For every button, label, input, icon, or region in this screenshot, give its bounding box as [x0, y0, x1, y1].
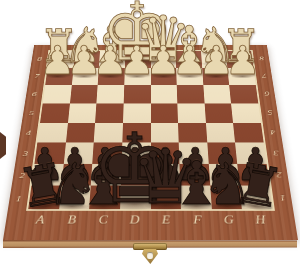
file-label-h: H — [254, 214, 266, 227]
square-c8[interactable] — [99, 51, 125, 68]
square-b3[interactable] — [63, 143, 93, 164]
clasp-bar — [133, 243, 167, 250]
square-h5[interactable] — [231, 103, 261, 122]
square-f6[interactable] — [176, 85, 204, 103]
square-h6[interactable] — [229, 85, 258, 103]
square-b2[interactable] — [61, 164, 92, 186]
square-d6[interactable] — [123, 85, 150, 103]
square-c4[interactable] — [93, 123, 122, 143]
square-f3[interactable] — [178, 143, 208, 164]
square-e8[interactable] — [150, 51, 176, 68]
square-a5[interactable] — [40, 103, 70, 122]
square-g4[interactable] — [205, 123, 235, 143]
square-c6[interactable] — [96, 85, 124, 103]
square-g2[interactable] — [208, 164, 239, 186]
rank-label-left-4: 4 — [25, 129, 31, 137]
rank-label-right-7: 7 — [261, 72, 267, 79]
clasp-hole — [147, 252, 153, 259]
file-label-c: C — [98, 214, 108, 227]
square-a1[interactable] — [28, 186, 61, 209]
file-label-f: F — [192, 214, 202, 227]
square-d8[interactable] — [124, 51, 150, 68]
file-label-g: G — [223, 214, 235, 227]
square-a4[interactable] — [37, 123, 67, 143]
square-e7[interactable] — [150, 68, 176, 85]
rank-label-left-8: 8 — [36, 55, 41, 61]
square-d4[interactable] — [122, 123, 150, 143]
rank-label-right-8: 8 — [258, 55, 263, 61]
square-f2[interactable] — [179, 164, 210, 186]
rank-label-left-1: 1 — [15, 194, 22, 203]
square-d5[interactable] — [122, 103, 150, 122]
square-g7[interactable] — [201, 68, 229, 85]
square-c7[interactable] — [97, 68, 124, 85]
square-h7[interactable] — [227, 68, 255, 85]
rank-label-right-3: 3 — [272, 149, 278, 157]
rank-label-right-6: 6 — [263, 90, 269, 97]
rank-label-right-5: 5 — [266, 109, 272, 116]
square-b5[interactable] — [67, 103, 96, 122]
square-a7[interactable] — [45, 68, 73, 85]
square-f7[interactable] — [176, 68, 203, 85]
square-b6[interactable] — [69, 85, 97, 103]
square-b7[interactable] — [71, 68, 99, 85]
square-f5[interactable] — [177, 103, 205, 122]
square-e6[interactable] — [150, 85, 177, 103]
square-a6[interactable] — [42, 85, 71, 103]
square-h8[interactable] — [225, 51, 252, 68]
square-g6[interactable] — [203, 85, 231, 103]
square-d2[interactable] — [120, 164, 150, 186]
board-inner-frame — [26, 50, 275, 211]
square-d3[interactable] — [121, 143, 150, 164]
square-e3[interactable] — [150, 143, 179, 164]
file-label-d: D — [129, 214, 140, 227]
square-e2[interactable] — [150, 164, 180, 186]
square-h4[interactable] — [233, 123, 263, 143]
square-f8[interactable] — [175, 51, 201, 68]
square-g3[interactable] — [207, 143, 237, 164]
square-b1[interactable] — [58, 186, 90, 209]
square-g1[interactable] — [210, 186, 242, 209]
square-b4[interactable] — [65, 123, 95, 143]
chess-board: 8765432187654321ABCDEFGH — [3, 45, 298, 240]
rank-label-left-2: 2 — [18, 171, 24, 180]
square-f4[interactable] — [178, 123, 207, 143]
rank-label-left-3: 3 — [22, 149, 28, 157]
file-label-e: E — [161, 214, 170, 227]
board-hinge-edge — [0, 132, 6, 159]
brass-clasp — [133, 242, 167, 266]
file-label-a: A — [35, 214, 45, 227]
rank-label-right-4: 4 — [269, 129, 275, 137]
square-e1[interactable] — [150, 186, 181, 209]
square-e5[interactable] — [150, 103, 178, 122]
square-d1[interactable] — [119, 186, 150, 209]
square-d7[interactable] — [124, 68, 150, 85]
board-grid — [28, 51, 273, 209]
square-f1[interactable] — [180, 186, 211, 209]
rank-label-left-5: 5 — [28, 109, 34, 116]
square-a3[interactable] — [34, 143, 65, 164]
file-label-b: B — [66, 214, 76, 227]
square-c2[interactable] — [90, 164, 121, 186]
square-e4[interactable] — [150, 123, 178, 143]
square-h3[interactable] — [235, 143, 266, 164]
rank-label-right-2: 2 — [275, 171, 281, 180]
square-g8[interactable] — [200, 51, 227, 68]
chess-set-photo: 8765432187654321ABCDEFGH ♜♞♝♚♛♝♞♜♟♟♟♟♟♟♟… — [0, 0, 300, 273]
square-h2[interactable] — [237, 164, 269, 186]
square-a8[interactable] — [47, 51, 74, 68]
square-c5[interactable] — [95, 103, 123, 122]
rank-label-left-6: 6 — [31, 90, 37, 97]
square-h1[interactable] — [239, 186, 272, 209]
square-b8[interactable] — [73, 51, 100, 68]
square-c3[interactable] — [92, 143, 122, 164]
rank-label-left-7: 7 — [34, 72, 40, 79]
square-g5[interactable] — [204, 103, 233, 122]
square-c1[interactable] — [89, 186, 120, 209]
square-a2[interactable] — [31, 164, 63, 186]
rank-label-right-1: 1 — [279, 194, 286, 203]
